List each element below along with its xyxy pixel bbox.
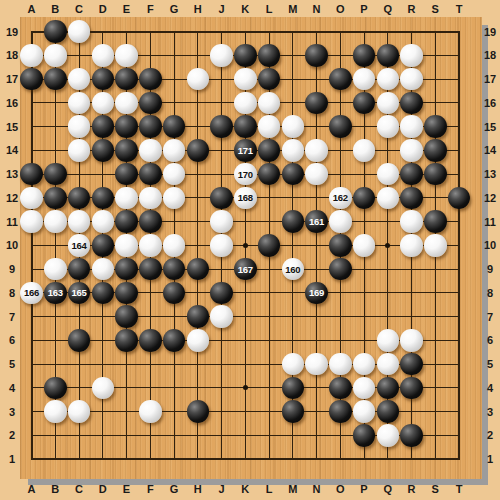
coord-label-bottom: G <box>170 483 179 495</box>
stone-O15[interactable] <box>329 115 352 138</box>
stone-C16[interactable] <box>68 92 91 115</box>
go-board: AABBCCDDEEFFGGHHJJKKLLMMNNOOPPQQRRSSTT19… <box>0 0 500 500</box>
stone-E6[interactable] <box>115 329 138 352</box>
stone-D11[interactable] <box>92 210 115 233</box>
stone-M9[interactable]: 160 <box>282 258 305 281</box>
stone-F9[interactable] <box>139 258 162 281</box>
stone-D18[interactable] <box>92 44 115 67</box>
coord-label-top: C <box>75 3 83 15</box>
stone-Q18[interactable] <box>377 44 400 67</box>
coord-label-left: 2 <box>9 429 15 441</box>
coord-label-left: 1 <box>9 453 15 465</box>
stone-K14[interactable]: 171 <box>234 139 257 162</box>
stone-J8[interactable] <box>210 282 233 305</box>
stone-F12[interactable] <box>139 187 162 210</box>
coord-label-top: M <box>288 3 297 15</box>
stone-C19[interactable] <box>68 20 91 43</box>
coord-label-right: 12 <box>484 192 496 204</box>
stone-Q3[interactable] <box>377 400 400 423</box>
stone-P3[interactable] <box>353 400 376 423</box>
stone-E16[interactable] <box>115 92 138 115</box>
stone-A17[interactable] <box>20 68 43 91</box>
stone-Q17[interactable] <box>377 68 400 91</box>
stone-B13[interactable] <box>44 163 67 186</box>
coord-label-bottom: N <box>313 483 321 495</box>
stone-T12[interactable] <box>448 187 471 210</box>
stone-G10[interactable] <box>163 234 186 257</box>
coord-label-top: T <box>456 3 463 15</box>
stone-F11[interactable] <box>139 210 162 233</box>
coord-label-left: 16 <box>6 97 18 109</box>
star-point <box>385 243 390 248</box>
coord-label-left: 3 <box>9 406 15 418</box>
stone-N14[interactable] <box>305 139 328 162</box>
stone-J7[interactable] <box>210 305 233 328</box>
stone-E12[interactable] <box>115 187 138 210</box>
star-point <box>243 385 248 390</box>
stone-B3[interactable] <box>44 400 67 423</box>
stone-N18[interactable] <box>305 44 328 67</box>
stone-R18[interactable] <box>400 44 423 67</box>
stone-A12[interactable] <box>20 187 43 210</box>
coord-label-top: G <box>170 3 179 15</box>
stone-C6[interactable] <box>68 329 91 352</box>
stone-C10[interactable]: 164 <box>68 234 91 257</box>
stone-H7[interactable] <box>187 305 210 328</box>
stone-C15[interactable] <box>68 115 91 138</box>
move-number-label: 164 <box>68 234 91 257</box>
stone-B4[interactable] <box>44 377 67 400</box>
stone-G8[interactable] <box>163 282 186 305</box>
coord-label-bottom: F <box>147 483 154 495</box>
stone-J12[interactable] <box>210 187 233 210</box>
coord-label-top: E <box>123 3 130 15</box>
coord-label-top: N <box>313 3 321 15</box>
move-number-label: 163 <box>44 282 67 305</box>
coord-label-right: 2 <box>487 429 493 441</box>
coord-label-left: 12 <box>6 192 18 204</box>
stone-R17[interactable] <box>400 68 423 91</box>
stone-J10[interactable] <box>210 234 233 257</box>
stone-S15[interactable] <box>424 115 447 138</box>
stone-G12[interactable] <box>163 187 186 210</box>
stone-H17[interactable] <box>187 68 210 91</box>
coord-label-left: 19 <box>6 26 18 38</box>
move-number-label: 160 <box>282 258 305 281</box>
stone-H9[interactable] <box>187 258 210 281</box>
coord-label-left: 5 <box>9 358 15 370</box>
coord-label-right: 13 <box>484 168 496 180</box>
stone-N5[interactable] <box>305 353 328 376</box>
stone-A18[interactable] <box>20 44 43 67</box>
stone-H6[interactable] <box>187 329 210 352</box>
coord-label-left: 9 <box>9 263 15 275</box>
stone-O3[interactable] <box>329 400 352 423</box>
stone-R11[interactable] <box>400 210 423 233</box>
coord-label-right: 8 <box>487 287 493 299</box>
stone-D16[interactable] <box>92 92 115 115</box>
stone-K18[interactable] <box>234 44 257 67</box>
stone-N16[interactable] <box>305 92 328 115</box>
stone-B12[interactable] <box>44 187 67 210</box>
stone-D8[interactable] <box>92 282 115 305</box>
coord-label-right: 6 <box>487 334 493 346</box>
stone-N13[interactable] <box>305 163 328 186</box>
stone-P2[interactable] <box>353 424 376 447</box>
move-number-label: 165 <box>68 282 91 305</box>
stone-L14[interactable] <box>258 139 281 162</box>
coord-label-right: 1 <box>487 453 493 465</box>
stone-M4[interactable] <box>282 377 305 400</box>
coord-label-right: 15 <box>484 121 496 133</box>
coord-label-bottom: O <box>336 483 345 495</box>
stone-K17[interactable] <box>234 68 257 91</box>
stone-Q16[interactable] <box>377 92 400 115</box>
coord-label-left: 8 <box>9 287 15 299</box>
stone-L18[interactable] <box>258 44 281 67</box>
stone-D12[interactable] <box>92 187 115 210</box>
stone-F14[interactable] <box>139 139 162 162</box>
coord-label-bottom: Q <box>383 483 392 495</box>
coord-label-bottom: A <box>28 483 36 495</box>
stone-C12[interactable] <box>68 187 91 210</box>
stone-C8[interactable]: 165 <box>68 282 91 305</box>
stone-P16[interactable] <box>353 92 376 115</box>
stone-S14[interactable] <box>424 139 447 162</box>
coord-label-left: 15 <box>6 121 18 133</box>
coord-label-bottom: P <box>360 483 367 495</box>
move-number-label: 161 <box>305 210 328 233</box>
stone-J18[interactable] <box>210 44 233 67</box>
coord-label-left: 14 <box>6 144 18 156</box>
stone-S13[interactable] <box>424 163 447 186</box>
stone-R12[interactable] <box>400 187 423 210</box>
coord-label-right: 9 <box>487 263 493 275</box>
coord-label-bottom: L <box>266 483 273 495</box>
stone-M5[interactable] <box>282 353 305 376</box>
stone-M14[interactable] <box>282 139 305 162</box>
stone-R14[interactable] <box>400 139 423 162</box>
coord-label-right: 16 <box>484 97 496 109</box>
move-number-label: 170 <box>234 163 257 186</box>
coord-label-top: F <box>147 3 154 15</box>
stone-Q4[interactable] <box>377 377 400 400</box>
coord-label-left: 11 <box>6 216 18 228</box>
stone-J15[interactable] <box>210 115 233 138</box>
stone-F6[interactable] <box>139 329 162 352</box>
stone-G6[interactable] <box>163 329 186 352</box>
stone-K15[interactable] <box>234 115 257 138</box>
stone-K13[interactable]: 170 <box>234 163 257 186</box>
coord-label-left: 10 <box>6 239 18 251</box>
stone-D15[interactable] <box>92 115 115 138</box>
stone-F15[interactable] <box>139 115 162 138</box>
stone-B11[interactable] <box>44 210 67 233</box>
stone-F17[interactable] <box>139 68 162 91</box>
stone-M13[interactable] <box>282 163 305 186</box>
stone-B17[interactable] <box>44 68 67 91</box>
stone-C3[interactable] <box>68 400 91 423</box>
coord-label-top: J <box>218 3 224 15</box>
coord-label-top: H <box>194 3 202 15</box>
stone-R4[interactable] <box>400 377 423 400</box>
move-number-label: 166 <box>20 282 43 305</box>
coord-label-left: 6 <box>9 334 15 346</box>
stone-R6[interactable] <box>400 329 423 352</box>
stone-A8[interactable]: 166 <box>20 282 43 305</box>
stone-B8[interactable]: 163 <box>44 282 67 305</box>
stone-M15[interactable] <box>282 115 305 138</box>
coord-label-left: 18 <box>6 49 18 61</box>
coord-label-top: D <box>99 3 107 15</box>
coord-label-top: A <box>28 3 36 15</box>
stone-H3[interactable] <box>187 400 210 423</box>
stone-E18[interactable] <box>115 44 138 67</box>
coord-label-right: 14 <box>484 144 496 156</box>
coord-label-top: K <box>241 3 249 15</box>
coord-label-bottom: J <box>218 483 224 495</box>
stone-F3[interactable] <box>139 400 162 423</box>
stone-B9[interactable] <box>44 258 67 281</box>
coord-label-left: 7 <box>9 311 15 323</box>
coord-label-right: 4 <box>487 382 493 394</box>
stone-D17[interactable] <box>92 68 115 91</box>
coord-label-right: 5 <box>487 358 493 370</box>
move-number-label: 171 <box>234 139 257 162</box>
stone-C11[interactable] <box>68 210 91 233</box>
stone-A11[interactable] <box>20 210 43 233</box>
stone-E13[interactable] <box>115 163 138 186</box>
stone-H14[interactable] <box>187 139 210 162</box>
stone-J11[interactable] <box>210 210 233 233</box>
stone-D9[interactable] <box>92 258 115 281</box>
stone-L15[interactable] <box>258 115 281 138</box>
stone-G15[interactable] <box>163 115 186 138</box>
grid-line-vertical <box>458 31 460 461</box>
stone-C14[interactable] <box>68 139 91 162</box>
stone-O17[interactable] <box>329 68 352 91</box>
stone-B19[interactable] <box>44 20 67 43</box>
stone-E10[interactable] <box>115 234 138 257</box>
coord-label-right: 7 <box>487 311 493 323</box>
stone-O11[interactable] <box>329 210 352 233</box>
stone-E15[interactable] <box>115 115 138 138</box>
stone-E11[interactable] <box>115 210 138 233</box>
coord-label-bottom: B <box>51 483 59 495</box>
coord-label-top: O <box>336 3 345 15</box>
stone-L16[interactable] <box>258 92 281 115</box>
coord-label-right: 19 <box>484 26 496 38</box>
coord-label-top: Q <box>383 3 392 15</box>
stone-P10[interactable] <box>353 234 376 257</box>
move-number-label: 162 <box>329 187 352 210</box>
stone-E7[interactable] <box>115 305 138 328</box>
stone-R10[interactable] <box>400 234 423 257</box>
stone-R5[interactable] <box>400 353 423 376</box>
move-number-label: 169 <box>305 282 328 305</box>
coord-label-right: 3 <box>487 406 493 418</box>
stone-F13[interactable] <box>139 163 162 186</box>
stone-L10[interactable] <box>258 234 281 257</box>
coord-label-right: 10 <box>484 239 496 251</box>
stone-Q5[interactable] <box>377 353 400 376</box>
stone-D4[interactable] <box>92 377 115 400</box>
coord-label-top: R <box>408 3 416 15</box>
coord-label-bottom: M <box>288 483 297 495</box>
coord-label-right: 17 <box>484 73 496 85</box>
stone-O5[interactable] <box>329 353 352 376</box>
coord-label-bottom: E <box>123 483 130 495</box>
coord-label-bottom: S <box>432 483 439 495</box>
stone-P4[interactable] <box>353 377 376 400</box>
stone-P14[interactable] <box>353 139 376 162</box>
coord-label-bottom: T <box>456 483 463 495</box>
stone-S10[interactable] <box>424 234 447 257</box>
coord-label-bottom: C <box>75 483 83 495</box>
stone-O4[interactable] <box>329 377 352 400</box>
grid-line-horizontal <box>31 458 461 460</box>
stone-E14[interactable] <box>115 139 138 162</box>
stone-G14[interactable] <box>163 139 186 162</box>
coord-label-top: S <box>432 3 439 15</box>
coord-label-top: L <box>266 3 273 15</box>
coord-label-left: 4 <box>9 382 15 394</box>
move-number-label: 168 <box>234 187 257 210</box>
coord-label-left: 17 <box>6 73 18 85</box>
stone-F16[interactable] <box>139 92 162 115</box>
coord-label-bottom: D <box>99 483 107 495</box>
stone-B18[interactable] <box>44 44 67 67</box>
stone-K12[interactable]: 168 <box>234 187 257 210</box>
stone-N11[interactable]: 161 <box>305 210 328 233</box>
stone-D14[interactable] <box>92 139 115 162</box>
stone-Q13[interactable] <box>377 163 400 186</box>
stone-E9[interactable] <box>115 258 138 281</box>
stone-Q6[interactable] <box>377 329 400 352</box>
stone-A13[interactable] <box>20 163 43 186</box>
stone-O12[interactable]: 162 <box>329 187 352 210</box>
stone-O9[interactable] <box>329 258 352 281</box>
stone-D10[interactable] <box>92 234 115 257</box>
stone-P18[interactable] <box>353 44 376 67</box>
grid-line-horizontal <box>31 316 461 317</box>
stone-K16[interactable] <box>234 92 257 115</box>
star-point <box>243 243 248 248</box>
stone-P12[interactable] <box>353 187 376 210</box>
move-number-label: 167 <box>234 258 257 281</box>
stone-R15[interactable] <box>400 115 423 138</box>
stone-R13[interactable] <box>400 163 423 186</box>
stone-Q12[interactable] <box>377 187 400 210</box>
coord-label-bottom: K <box>241 483 249 495</box>
coord-label-right: 18 <box>484 49 496 61</box>
stone-R16[interactable] <box>400 92 423 115</box>
stone-K9[interactable]: 167 <box>234 258 257 281</box>
stone-S11[interactable] <box>424 210 447 233</box>
stone-O10[interactable] <box>329 234 352 257</box>
coord-label-top: P <box>360 3 367 15</box>
coord-label-top: B <box>51 3 59 15</box>
stone-M3[interactable] <box>282 400 305 423</box>
stone-E8[interactable] <box>115 282 138 305</box>
coord-label-left: 13 <box>6 168 18 180</box>
stone-Q2[interactable] <box>377 424 400 447</box>
stone-E17[interactable] <box>115 68 138 91</box>
stone-R2[interactable] <box>400 424 423 447</box>
coord-label-right: 11 <box>484 216 496 228</box>
stone-Q15[interactable] <box>377 115 400 138</box>
stone-F10[interactable] <box>139 234 162 257</box>
coord-label-bottom: R <box>408 483 416 495</box>
stone-N8[interactable]: 169 <box>305 282 328 305</box>
coord-label-bottom: H <box>194 483 202 495</box>
stone-M11[interactable] <box>282 210 305 233</box>
